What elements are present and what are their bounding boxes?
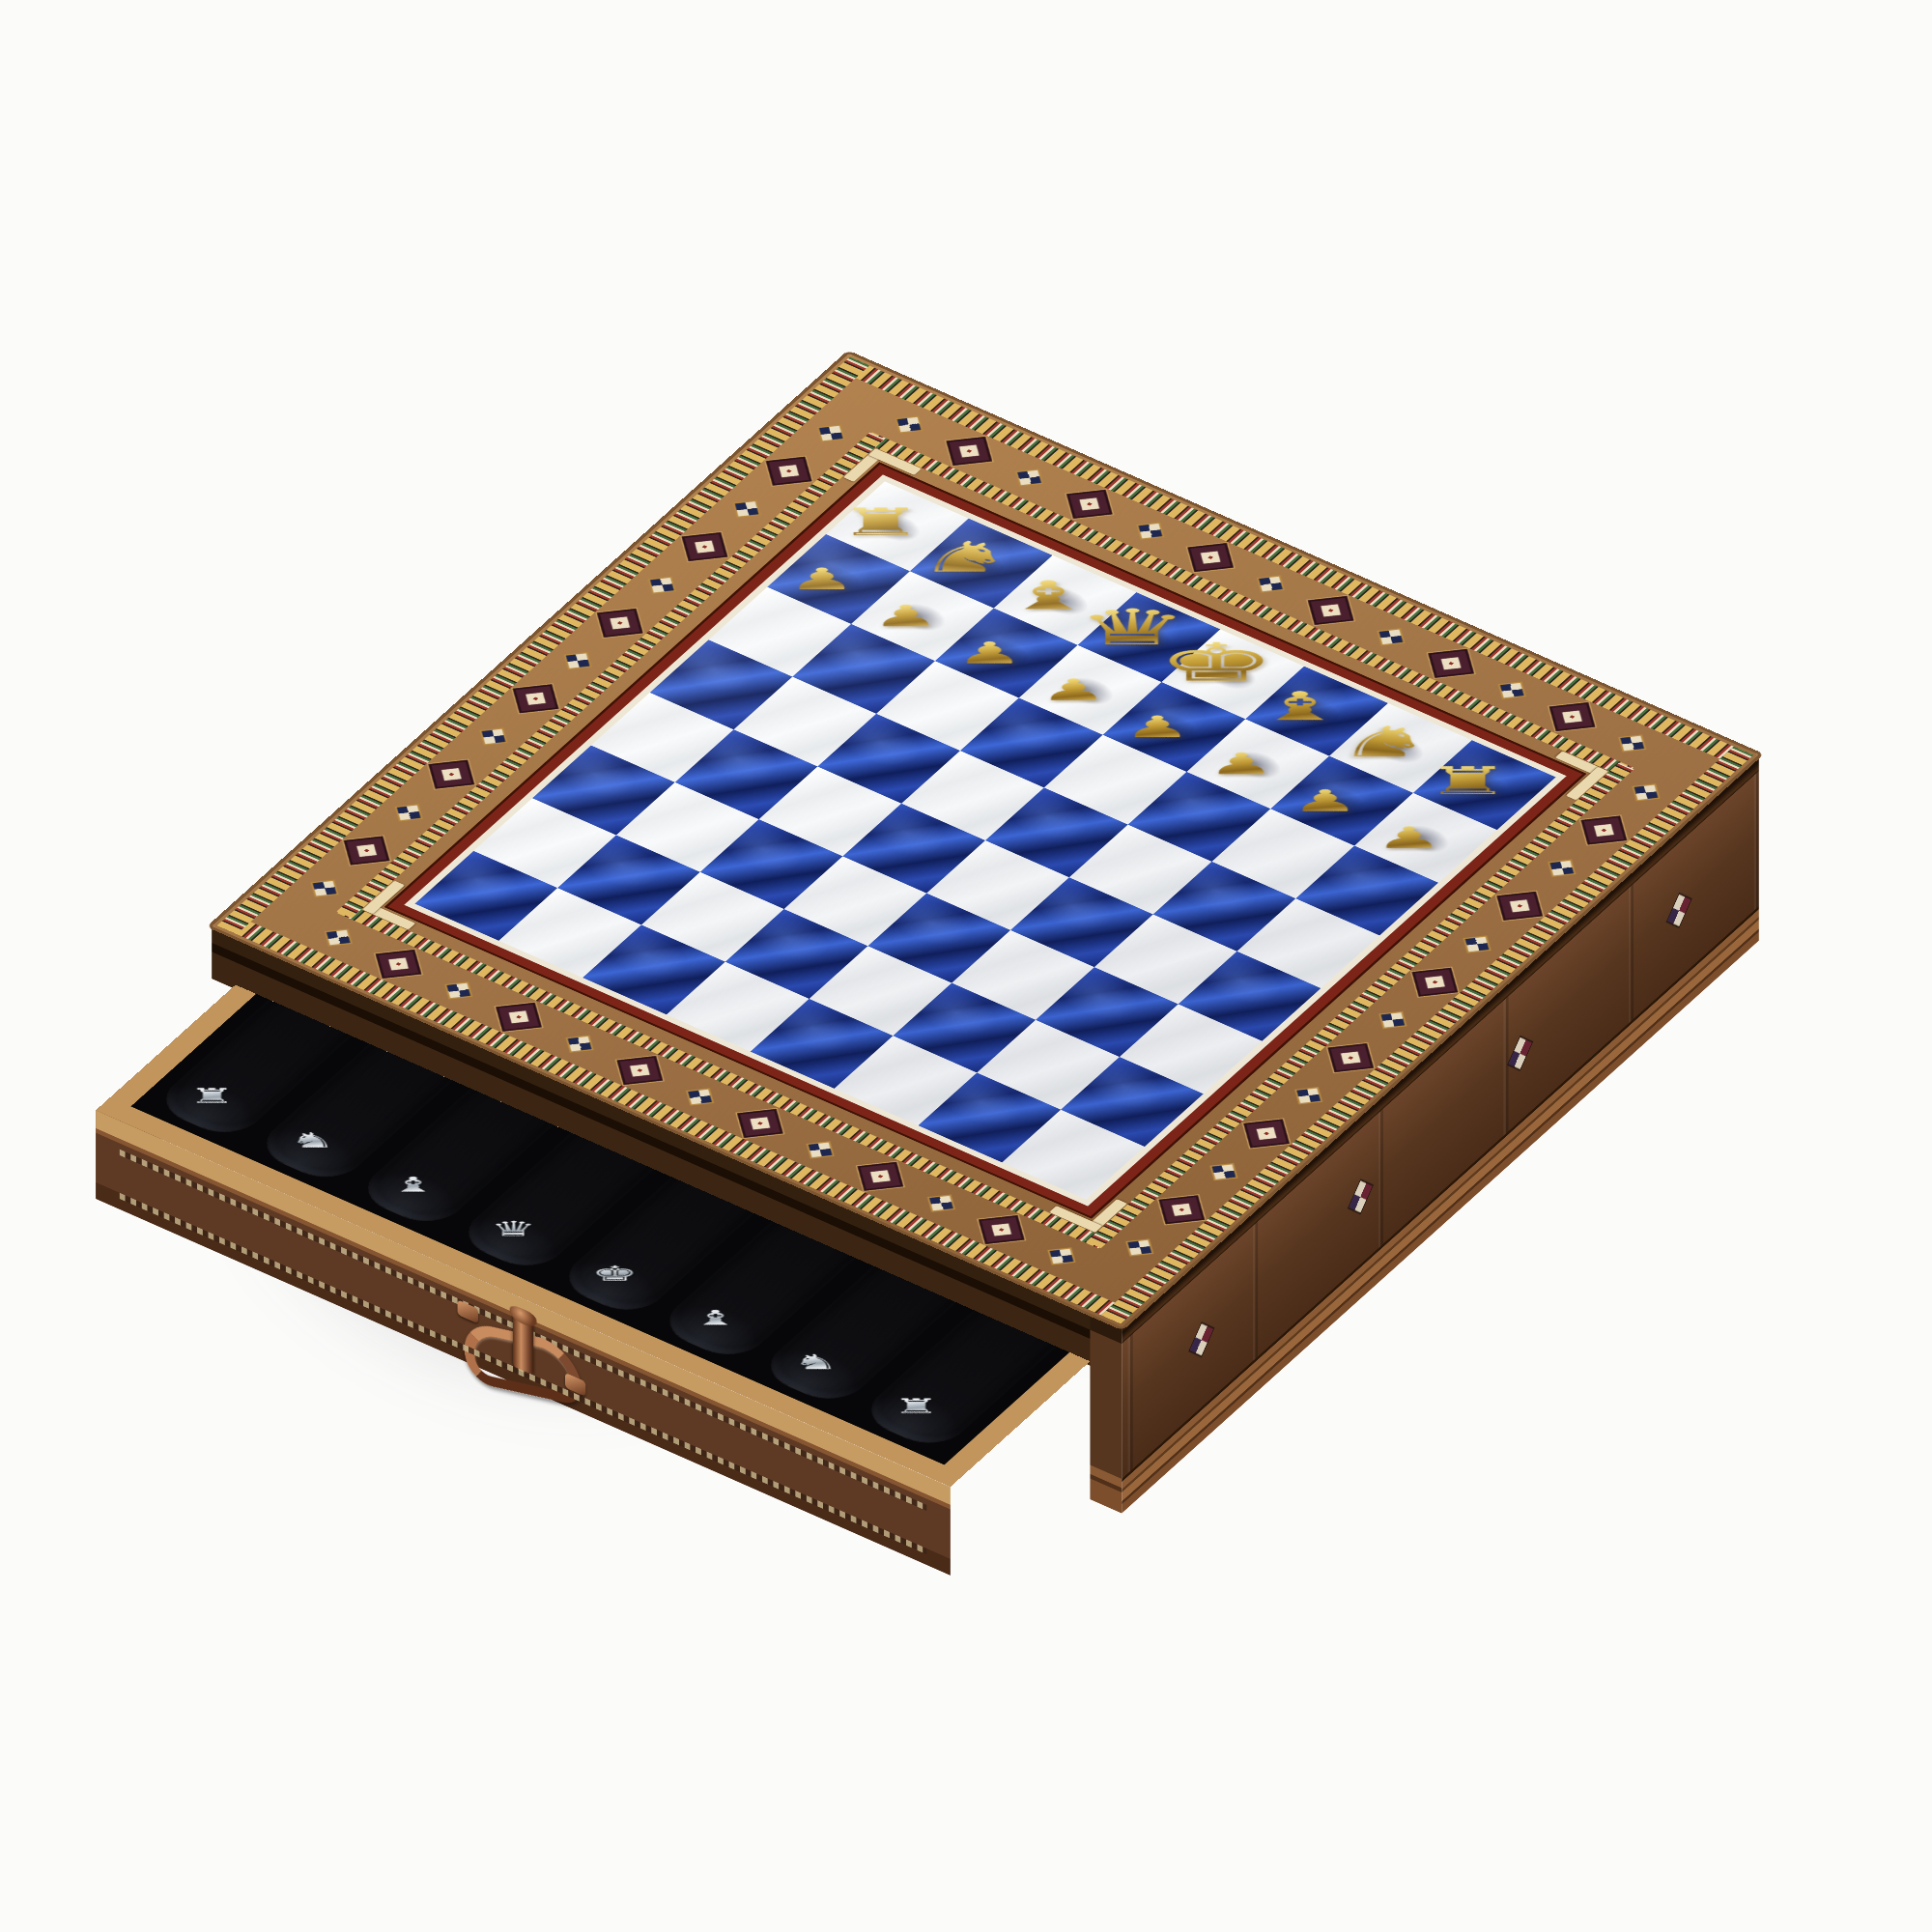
handle-knob	[458, 1299, 478, 1323]
square-e2[interactable]	[810, 946, 952, 1036]
rosette-inlay	[444, 981, 472, 999]
rosette-inlay	[1378, 628, 1406, 645]
diamond-medallion-inlay	[616, 1056, 662, 1085]
diamond-medallion-inlay	[344, 836, 389, 865]
piece-shadow	[1437, 759, 1528, 813]
square-h4[interactable]	[1179, 952, 1321, 1041]
square-h2[interactable]	[1061, 1057, 1204, 1147]
rosette-inlay	[1378, 1011, 1406, 1029]
square-f4[interactable]	[1010, 877, 1153, 967]
rosette-inlay	[565, 1035, 593, 1052]
diamond-medallion-inlay	[1308, 596, 1353, 625]
diamond-medallion-inlay	[1496, 892, 1542, 921]
handle-backplate	[513, 1312, 533, 1377]
rosette-inlay	[1047, 1247, 1075, 1264]
square-c2[interactable]	[641, 872, 784, 962]
diamond-medallion-inlay	[597, 609, 642, 638]
rosette-inlay	[817, 424, 845, 441]
square-h1[interactable]	[1002, 1110, 1145, 1200]
rosette-inlay	[1125, 1238, 1153, 1256]
square-e3[interactable]	[867, 894, 1010, 983]
square-e1[interactable]	[751, 999, 894, 1089]
rosette-inlay	[648, 576, 676, 593]
rosette-inlay	[1618, 734, 1646, 752]
square-a1[interactable]	[414, 851, 557, 941]
star-inlay	[1188, 1321, 1214, 1357]
star-inlay	[1348, 1179, 1374, 1214]
diamond-medallion-inlay	[376, 950, 421, 979]
piece-shadow	[959, 627, 1050, 681]
piece-shadow	[876, 590, 967, 644]
piece-shadow	[1354, 723, 1445, 777]
diamond-medallion-inlay	[681, 532, 726, 561]
square-d1[interactable]	[667, 962, 810, 1052]
square-f1[interactable]	[835, 1036, 978, 1125]
square-g4[interactable]	[1094, 915, 1237, 1005]
rosette-inlay	[395, 804, 423, 821]
piece-shadow	[1270, 685, 1361, 739]
piece-silver-knight[interactable]: ♞	[710, 1352, 923, 1373]
diamond-medallion-inlay	[737, 1109, 782, 1138]
diamond-medallion-inlay	[1429, 649, 1474, 678]
diamond-medallion-inlay	[1412, 968, 1458, 997]
piece-shadow	[851, 500, 942, 554]
rosette-inlay	[325, 928, 353, 946]
diamond-medallion-inlay	[947, 437, 992, 466]
diamond-medallion-inlay	[858, 1162, 903, 1191]
rosette-inlay	[807, 1141, 835, 1158]
diamond-medallion-inlay	[1159, 1195, 1205, 1224]
rosette-inlay	[1632, 783, 1660, 801]
piece-silver-bishop[interactable]: ♝	[609, 1308, 821, 1328]
piece-shadow	[934, 537, 1025, 591]
square-g1[interactable]	[918, 1072, 1061, 1162]
diamond-medallion-inlay	[766, 457, 811, 486]
piece-shadow	[1127, 701, 1218, 755]
square-d3[interactable]	[784, 856, 927, 946]
rosette-inlay	[732, 500, 760, 518]
rosette-inlay	[310, 879, 338, 896]
piece-silver-queen[interactable]: ♛	[408, 1219, 620, 1239]
star-inlay	[1666, 893, 1692, 928]
square-f2[interactable]	[893, 983, 1036, 1073]
rosette-inlay	[1015, 469, 1043, 486]
piece-shadow	[1379, 811, 1470, 866]
piece-shadow	[792, 554, 883, 608]
rosette-inlay	[895, 415, 923, 433]
square-c1[interactable]	[582, 924, 725, 1014]
piece-shadow	[1211, 738, 1302, 792]
diamond-medallion-inlay	[1243, 1120, 1289, 1149]
square-g3[interactable]	[1036, 967, 1179, 1057]
square-b1[interactable]	[498, 888, 641, 978]
handle-knob	[565, 1373, 585, 1397]
rosette-inlay	[564, 652, 592, 669]
piece-silver-rook[interactable]: ♜	[810, 1396, 1023, 1416]
square-d2[interactable]	[725, 909, 868, 999]
piece-shadow	[1186, 648, 1277, 702]
piece-silver-king[interactable]: ♚	[508, 1264, 721, 1284]
rosette-inlay	[1257, 575, 1285, 592]
star-inlay	[1507, 1036, 1533, 1071]
diamond-medallion-inlay	[979, 1215, 1024, 1244]
piece-shadow	[1102, 611, 1193, 666]
piece-shadow	[1295, 775, 1386, 829]
rosette-inlay	[686, 1088, 714, 1105]
piece-shadow	[1043, 664, 1134, 718]
rosette-inlay	[1294, 1087, 1322, 1104]
rosette-inlay	[1210, 1163, 1238, 1180]
piece-shadow	[1018, 574, 1109, 628]
square-g2[interactable]	[977, 1020, 1120, 1110]
piece-silver-knight[interactable]: ♞	[206, 1130, 418, 1151]
square-b2[interactable]	[557, 836, 700, 925]
photo-stage: ♜♞♝♛♚♝♞♜♟♟♟♟♟♟♟♟ ♜♞♝♛♚♝♞♜	[0, 0, 1932, 1932]
diamond-medallion-inlay	[497, 1003, 542, 1032]
square-h5[interactable]	[1236, 898, 1379, 988]
rosette-inlay	[1136, 522, 1164, 539]
square-e4[interactable]	[926, 840, 1069, 930]
piece-silver-bishop[interactable]: ♝	[307, 1175, 520, 1195]
square-h3[interactable]	[1120, 1004, 1263, 1094]
square-h6[interactable]	[1295, 845, 1438, 935]
scene: ♜♞♝♛♚♝♞♜♟♟♟♟♟♟♟♟ ♜♞♝♛♚♝♞♜	[0, 0, 1932, 1932]
rosette-inlay	[1497, 681, 1525, 698]
rosette-inlay	[926, 1194, 954, 1211]
square-f3[interactable]	[952, 930, 1094, 1020]
rosette-inlay	[1463, 935, 1492, 952]
square-g5[interactable]	[1153, 862, 1296, 952]
diamond-medallion-inlay	[1581, 816, 1627, 845]
diamond-medallion-inlay	[1327, 1043, 1373, 1072]
chess-box: ♜♞♝♛♚♝♞♜♟♟♟♟♟♟♟♟ ♜♞♝♛♚♝♞♜	[212, 354, 1759, 1327]
rosette-inlay	[1548, 860, 1576, 877]
diamond-medallion-inlay	[1549, 702, 1595, 731]
rosette-inlay	[479, 727, 507, 745]
diamond-medallion-inlay	[513, 684, 558, 713]
diamond-medallion-inlay	[1066, 490, 1112, 519]
diamond-medallion-inlay	[428, 760, 473, 789]
diamond-medallion-inlay	[1187, 543, 1233, 572]
